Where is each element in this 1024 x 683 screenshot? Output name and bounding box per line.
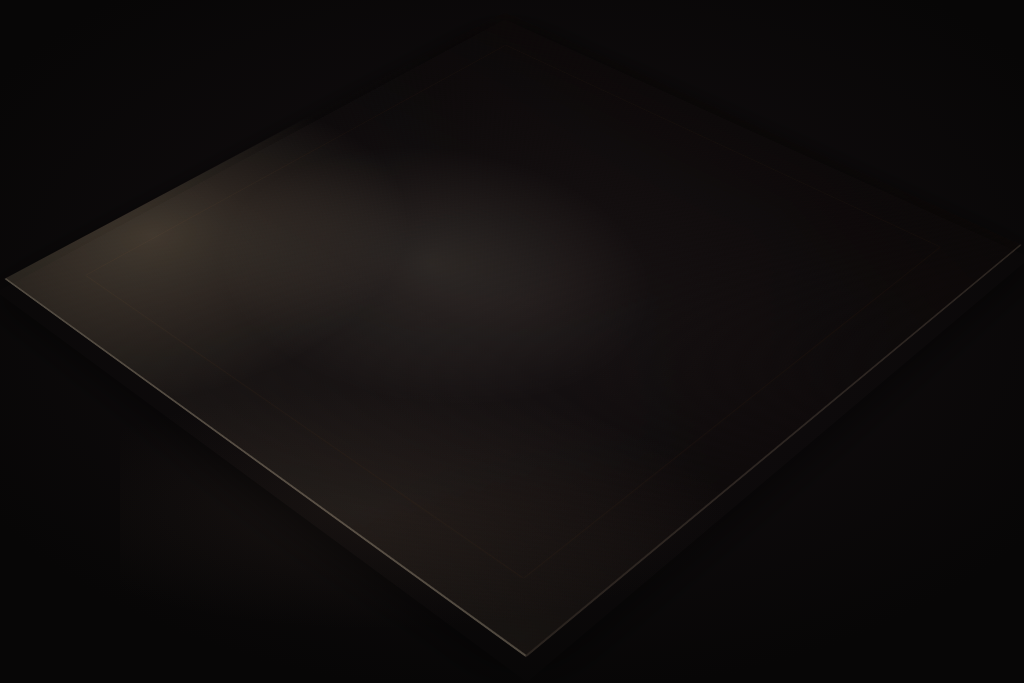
- chess-board: [4, 12, 1022, 657]
- product-photo-background: [0, 0, 1024, 683]
- board-frame: [4, 12, 1022, 657]
- playing-field: [93, 48, 932, 571]
